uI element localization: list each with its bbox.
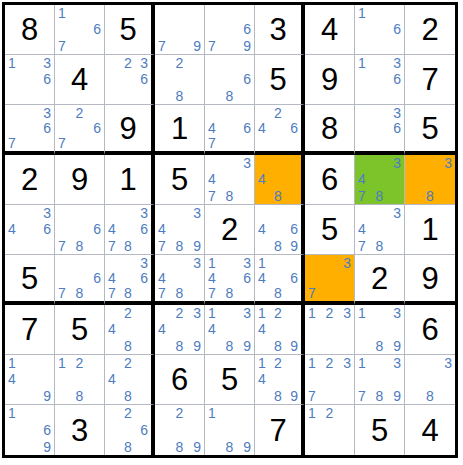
candidate-grid: 16 <box>355 5 404 54</box>
cell-r6c4[interactable]: 3478 <box>155 255 205 305</box>
candidate-1: 1 <box>305 305 321 321</box>
cell-r5c4[interactable]: 34789 <box>155 205 205 255</box>
candidate-7 <box>405 388 422 404</box>
cell-r8c1[interactable]: 149 <box>5 355 55 405</box>
cell-r5c9[interactable]: 1 <box>405 205 455 255</box>
cell-r3c8[interactable]: 36 <box>355 105 405 155</box>
candidate-7 <box>155 88 171 104</box>
candidate-4: 4 <box>255 270 270 285</box>
candidate-3: 3 <box>38 55 54 71</box>
candidate-3: 3 <box>136 205 151 221</box>
candidate-4 <box>355 321 371 337</box>
candidate-9 <box>338 388 354 404</box>
cell-r9c9[interactable]: 4 <box>405 405 455 455</box>
candidate-1 <box>5 205 21 221</box>
cell-r1c8[interactable]: 16 <box>355 5 405 55</box>
candidate-grid: 346 <box>5 205 54 254</box>
candidate-4: 4 <box>205 171 221 187</box>
candidate-6 <box>438 171 455 187</box>
candidate-7 <box>255 338 270 354</box>
cell-r7c8[interactable]: 1389 <box>355 305 405 355</box>
candidate-2 <box>221 405 237 422</box>
candidate-9 <box>338 438 354 455</box>
candidate-9 <box>188 88 204 104</box>
given-digit: 7 <box>269 415 286 446</box>
cell-r7c9[interactable]: 6 <box>405 305 455 355</box>
cell-r8c3[interactable]: 248 <box>105 355 155 405</box>
candidate-1 <box>55 255 71 270</box>
candidate-8 <box>221 38 237 54</box>
cell-r4c3[interactable]: 1 <box>105 155 155 205</box>
candidate-8: 8 <box>270 188 285 204</box>
cell-r3c2[interactable]: 267 <box>55 105 105 155</box>
candidate-7: 7 <box>205 38 221 54</box>
candidate-3: 3 <box>338 355 354 371</box>
candidate-6: 6 <box>136 422 151 439</box>
given-digit: 3 <box>269 14 286 45</box>
cell-r2c9[interactable]: 7 <box>405 55 455 105</box>
candidate-4 <box>405 371 422 387</box>
candidate-grid: 36 <box>355 105 404 151</box>
cell-r2c7[interactable]: 9 <box>305 55 355 105</box>
given-digit: 1 <box>171 113 188 144</box>
cell-r5c1[interactable]: 346 <box>5 205 55 255</box>
candidate-6 <box>338 321 354 337</box>
candidate-1 <box>255 105 270 120</box>
candidate-2: 2 <box>171 405 187 422</box>
candidate-9 <box>286 188 301 204</box>
candidate-7: 7 <box>55 286 71 301</box>
candidate-3: 3 <box>136 55 151 71</box>
candidate-grid: 3478 <box>355 205 404 254</box>
candidate-9: 9 <box>388 338 404 354</box>
candidate-6 <box>188 71 204 87</box>
candidate-3: 3 <box>338 255 354 270</box>
cell-r8c7[interactable]: 1237 <box>305 355 355 405</box>
cell-r7c6[interactable]: 12489 <box>255 305 305 355</box>
cell-r3c4[interactable]: 1 <box>155 105 205 155</box>
candidate-9: 9 <box>38 388 54 404</box>
cell-r1c7[interactable]: 4 <box>305 5 355 55</box>
cell-r7c1[interactable]: 7 <box>5 305 55 355</box>
candidate-grid: 289 <box>155 405 204 455</box>
cell-r8c5[interactable]: 5 <box>205 355 255 405</box>
candidate-9 <box>38 88 54 104</box>
candidate-grid: 3478 <box>205 155 254 204</box>
sudoku-board: 8167579679341621364236286859136736726791… <box>2 2 458 458</box>
candidate-2 <box>270 205 285 221</box>
cell-r9c7[interactable]: 12 <box>305 405 355 455</box>
candidate-2: 2 <box>120 355 135 371</box>
candidate-8: 8 <box>221 338 237 354</box>
cell-r4c2[interactable]: 9 <box>55 155 105 205</box>
candidate-5 <box>371 321 387 337</box>
candidate-2 <box>221 5 237 21</box>
candidate-1 <box>155 55 171 71</box>
cell-r3c6[interactable]: 246 <box>255 105 305 155</box>
candidate-1 <box>205 155 221 171</box>
cell-r7c4[interactable]: 23489 <box>155 305 205 355</box>
given-digit: 5 <box>269 64 286 95</box>
cell-r2c4[interactable]: 28 <box>155 55 205 105</box>
cell-r3c5[interactable]: 467 <box>205 105 255 155</box>
candidate-1: 1 <box>5 55 21 71</box>
cell-r8c6[interactable]: 12489 <box>255 355 305 405</box>
candidate-7: 7 <box>305 286 321 301</box>
cell-r4c7[interactable]: 6 <box>305 155 355 205</box>
cell-r3c1[interactable]: 367 <box>5 105 55 155</box>
candidate-3: 3 <box>388 305 404 321</box>
candidate-1 <box>105 255 120 270</box>
given-digit: 7 <box>421 64 438 95</box>
candidate-6 <box>136 371 151 387</box>
candidate-5 <box>71 21 87 37</box>
candidate-2 <box>171 205 187 221</box>
candidate-5 <box>21 371 37 387</box>
cell-r8c8[interactable]: 13789 <box>355 355 405 405</box>
candidate-2 <box>21 105 37 120</box>
given-digit: 2 <box>421 14 438 45</box>
given-digit: 1 <box>421 214 438 245</box>
candidate-9: 9 <box>238 38 254 54</box>
cell-r4c4[interactable]: 5 <box>155 155 205 205</box>
candidate-7 <box>205 88 221 104</box>
given-digit: 9 <box>321 64 338 95</box>
candidate-4 <box>305 422 321 439</box>
candidate-1 <box>105 205 120 221</box>
given-digit: 3 <box>71 415 88 446</box>
candidate-2 <box>371 55 387 71</box>
given-digit: 9 <box>119 113 136 144</box>
cell-r8c2[interactable]: 128 <box>55 355 105 405</box>
candidate-6: 6 <box>88 270 104 285</box>
candidate-4 <box>155 71 171 87</box>
candidate-6 <box>88 371 104 387</box>
candidate-1 <box>405 155 422 171</box>
candidate-9 <box>388 136 404 151</box>
candidate-9: 9 <box>188 238 204 254</box>
candidate-7 <box>355 88 371 104</box>
candidate-5 <box>422 371 439 387</box>
candidate-grid: 248 <box>105 305 151 354</box>
candidate-9 <box>88 136 104 151</box>
candidate-7 <box>205 438 221 455</box>
candidate-2 <box>270 155 285 171</box>
candidate-3 <box>88 355 104 371</box>
candidate-9: 9 <box>388 388 404 404</box>
candidate-8: 8 <box>371 188 387 204</box>
candidate-2 <box>371 155 387 171</box>
candidate-3: 3 <box>438 155 455 171</box>
candidate-3 <box>286 355 301 371</box>
cell-r1c4[interactable]: 79 <box>155 5 205 55</box>
candidate-grid: 37 <box>305 255 354 301</box>
candidate-7: 7 <box>105 238 120 254</box>
candidate-6: 6 <box>388 120 404 135</box>
candidate-3 <box>38 355 54 371</box>
candidate-9: 9 <box>238 438 254 455</box>
candidate-1 <box>205 5 221 21</box>
candidate-9 <box>388 238 404 254</box>
candidate-1 <box>255 205 270 221</box>
candidate-7 <box>355 136 371 151</box>
candidate-1: 1 <box>205 305 221 321</box>
cell-r1c9[interactable]: 2 <box>405 5 455 55</box>
candidate-grid: 3478 <box>155 255 204 301</box>
candidate-8: 8 <box>120 388 135 404</box>
candidate-grid: 48 <box>255 155 301 204</box>
candidate-9 <box>338 338 354 354</box>
cell-r6c2[interactable]: 678 <box>55 255 105 305</box>
candidate-4: 4 <box>255 120 270 135</box>
cell-r7c2[interactable]: 5 <box>55 305 105 355</box>
candidate-3 <box>88 255 104 270</box>
candidate-4 <box>5 120 21 135</box>
candidate-5 <box>270 321 285 337</box>
candidate-9 <box>438 388 455 404</box>
candidate-8 <box>371 88 387 104</box>
given-digit: 1 <box>119 164 136 195</box>
candidate-7 <box>155 438 171 455</box>
cell-r4c5[interactable]: 3478 <box>205 155 255 205</box>
cell-r6c6[interactable]: 1468 <box>255 255 305 305</box>
cell-r5c8[interactable]: 3478 <box>355 205 405 255</box>
cell-r7c7[interactable]: 123 <box>305 305 355 355</box>
cell-r9c2[interactable]: 3 <box>55 405 105 455</box>
candidate-7 <box>205 338 221 354</box>
cell-r3c9[interactable]: 5 <box>405 105 455 155</box>
cell-r9c1[interactable]: 169 <box>5 405 55 455</box>
given-digit: 8 <box>21 14 38 45</box>
candidate-1: 1 <box>5 355 21 371</box>
cell-r1c3[interactable]: 5 <box>105 5 155 55</box>
candidate-grid: 128 <box>55 355 104 404</box>
cell-r8c4[interactable]: 6 <box>155 355 205 405</box>
candidate-3 <box>188 5 204 21</box>
cell-r6c3[interactable]: 34678 <box>105 255 155 305</box>
given-digit: 5 <box>371 415 388 446</box>
candidate-8 <box>71 136 87 151</box>
candidate-7: 7 <box>355 188 371 204</box>
candidate-3: 3 <box>388 205 404 221</box>
candidate-5 <box>21 120 37 135</box>
candidate-6 <box>388 221 404 237</box>
candidate-6 <box>188 321 204 337</box>
candidate-5 <box>371 71 387 87</box>
candidate-1: 1 <box>55 5 71 21</box>
candidate-6: 6 <box>38 120 54 135</box>
candidate-6: 6 <box>388 71 404 87</box>
candidate-1 <box>255 155 270 171</box>
cell-r2c6[interactable]: 5 <box>255 55 305 105</box>
candidate-2: 2 <box>171 55 187 71</box>
cell-r4c8[interactable]: 3478 <box>355 155 405 205</box>
candidate-1 <box>205 55 221 71</box>
candidate-9 <box>136 238 151 254</box>
candidate-2 <box>171 5 187 21</box>
candidate-2: 2 <box>120 305 135 321</box>
candidate-8 <box>71 38 87 54</box>
cell-r5c6[interactable]: 4689 <box>255 205 305 255</box>
candidate-9 <box>88 388 104 404</box>
candidate-8 <box>21 136 37 151</box>
candidate-5 <box>171 21 187 37</box>
cell-r1c1[interactable]: 8 <box>5 5 55 55</box>
candidate-2 <box>71 255 87 270</box>
candidate-3: 3 <box>38 105 54 120</box>
candidate-9 <box>136 338 151 354</box>
candidate-8: 8 <box>120 238 135 254</box>
candidate-1 <box>105 405 120 422</box>
cell-r4c6[interactable]: 48 <box>255 155 305 205</box>
candidate-4 <box>5 422 21 439</box>
cell-r4c1[interactable]: 2 <box>5 155 55 205</box>
candidate-6 <box>38 371 54 387</box>
candidate-6 <box>238 422 254 439</box>
candidate-2 <box>371 355 387 371</box>
candidate-8 <box>371 136 387 151</box>
candidate-5 <box>171 71 187 87</box>
candidate-7: 7 <box>55 38 71 54</box>
candidate-3 <box>238 5 254 21</box>
candidate-1: 1 <box>255 355 270 371</box>
candidate-6: 6 <box>286 221 301 237</box>
cell-r9c3[interactable]: 268 <box>105 405 155 455</box>
candidate-1 <box>105 55 120 71</box>
candidate-5 <box>221 171 237 187</box>
candidate-8 <box>120 88 135 104</box>
candidate-3: 3 <box>388 155 404 171</box>
candidate-4 <box>305 270 321 285</box>
candidate-7: 7 <box>355 388 371 404</box>
candidate-2: 2 <box>321 405 337 422</box>
candidate-7 <box>255 388 270 404</box>
candidate-grid: 467 <box>205 105 254 151</box>
cell-r3c7[interactable]: 8 <box>305 105 355 155</box>
cell-r2c2[interactable]: 4 <box>55 55 105 105</box>
cell-r4c9[interactable]: 38 <box>405 155 455 205</box>
candidate-7 <box>405 188 422 204</box>
candidate-9: 9 <box>188 38 204 54</box>
candidate-grid: 268 <box>105 405 151 455</box>
cell-r5c7[interactable]: 5 <box>305 205 355 255</box>
cell-r6c1[interactable]: 5 <box>5 255 55 305</box>
candidate-1: 1 <box>205 255 221 270</box>
candidate-4 <box>355 71 371 87</box>
cell-r6c8[interactable]: 2 <box>355 255 405 305</box>
cell-r7c5[interactable]: 13489 <box>205 305 255 355</box>
cell-r1c5[interactable]: 679 <box>205 5 255 55</box>
candidate-grid: 12 <box>305 405 354 455</box>
given-digit: 5 <box>171 164 188 195</box>
candidate-6 <box>188 270 204 285</box>
candidate-4: 4 <box>255 221 270 237</box>
candidate-grid: 28 <box>155 55 204 104</box>
candidate-5 <box>120 270 135 285</box>
candidate-grid: 13489 <box>205 305 254 354</box>
cell-r5c3[interactable]: 34678 <box>105 205 155 255</box>
candidate-grid: 136 <box>5 55 54 104</box>
cell-r2c1[interactable]: 136 <box>5 55 55 105</box>
candidate-grid: 136 <box>355 55 404 104</box>
candidate-5 <box>21 71 37 87</box>
candidate-grid: 189 <box>205 405 254 455</box>
cell-r1c6[interactable]: 3 <box>255 5 305 55</box>
candidate-4: 4 <box>255 321 270 337</box>
candidate-1: 1 <box>305 355 321 371</box>
candidate-6: 6 <box>286 120 301 135</box>
candidate-5 <box>270 120 285 135</box>
cell-r8c9[interactable]: 38 <box>405 355 455 405</box>
cell-r6c5[interactable]: 134678 <box>205 255 255 305</box>
candidate-3 <box>388 5 404 21</box>
candidate-3: 3 <box>388 55 404 71</box>
cell-r5c5[interactable]: 2 <box>205 205 255 255</box>
given-digit: 5 <box>321 214 338 245</box>
candidate-3 <box>88 205 104 221</box>
candidate-9: 9 <box>286 238 301 254</box>
candidate-5 <box>221 21 237 37</box>
candidate-grid: 367 <box>5 105 54 151</box>
candidate-2 <box>21 205 37 221</box>
cell-r3c3[interactable]: 9 <box>105 105 155 155</box>
given-digit: 5 <box>119 14 136 45</box>
candidate-7: 7 <box>55 136 71 151</box>
candidate-7 <box>255 286 270 301</box>
candidate-grid: 3478 <box>355 155 404 204</box>
candidate-2 <box>221 155 237 171</box>
cell-r9c4[interactable]: 289 <box>155 405 205 455</box>
cell-r2c8[interactable]: 136 <box>355 55 405 105</box>
candidate-2 <box>422 155 439 171</box>
cell-r7c3[interactable]: 248 <box>105 305 155 355</box>
candidate-1 <box>155 405 171 422</box>
cell-r5c2[interactable]: 678 <box>55 205 105 255</box>
candidate-2: 2 <box>71 355 87 371</box>
candidate-2 <box>21 405 37 422</box>
candidate-4: 4 <box>105 221 120 237</box>
candidate-4 <box>355 120 371 135</box>
candidate-3: 3 <box>188 205 204 221</box>
cell-r9c8[interactable]: 5 <box>355 405 405 455</box>
candidate-5 <box>171 221 187 237</box>
candidate-9 <box>286 286 301 301</box>
cell-r2c5[interactable]: 68 <box>205 55 255 105</box>
candidate-8: 8 <box>270 238 285 254</box>
cell-r6c7[interactable]: 37 <box>305 255 355 305</box>
candidate-4: 4 <box>255 171 270 187</box>
cell-r6c9[interactable]: 9 <box>405 255 455 305</box>
candidate-3: 3 <box>38 205 54 221</box>
candidate-5 <box>171 321 187 337</box>
candidate-9 <box>88 238 104 254</box>
candidate-7: 7 <box>305 388 321 404</box>
candidate-9 <box>38 238 54 254</box>
cell-r1c2[interactable]: 167 <box>55 5 105 55</box>
candidate-8 <box>321 438 337 455</box>
candidate-3 <box>238 405 254 422</box>
candidate-5 <box>422 171 439 187</box>
candidate-2 <box>371 205 387 221</box>
candidate-8 <box>371 38 387 54</box>
candidate-4 <box>355 21 371 37</box>
candidate-1: 1 <box>255 305 270 321</box>
given-digit: 9 <box>421 263 438 294</box>
given-digit: 2 <box>371 263 388 294</box>
cell-r2c3[interactable]: 236 <box>105 55 155 105</box>
cell-r9c6[interactable]: 7 <box>255 405 305 455</box>
cell-r9c5[interactable]: 189 <box>205 405 255 455</box>
